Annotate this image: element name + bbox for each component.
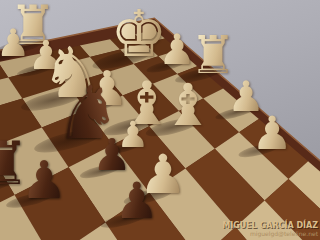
piece-white-pawn[interactable]: ♟ <box>251 110 292 156</box>
artist-email: miguelgd@teleline.net <box>222 230 318 237</box>
piece-black-pawn[interactable]: ♟ <box>21 154 68 206</box>
piece-black-pawn[interactable]: ♟ <box>115 176 160 226</box>
artist-credit: MIGUEL GARCÍA DÍAZ miguelgd@teleline.net <box>222 221 318 237</box>
piece-white-bishop[interactable]: ♝ <box>162 76 214 134</box>
artist-name: MIGUEL GARCÍA DÍAZ <box>222 221 318 230</box>
piece-white-pawn[interactable]: ♟ <box>0 24 30 62</box>
chess-scene-render: ♜♟♚♟♟♜♞♟♟♝♝♞♟♟♟♜♟♟♟ MIGUEL GARCÍA DÍAZ m… <box>0 0 320 240</box>
piece-black-pawn[interactable]: ♟ <box>92 133 131 177</box>
